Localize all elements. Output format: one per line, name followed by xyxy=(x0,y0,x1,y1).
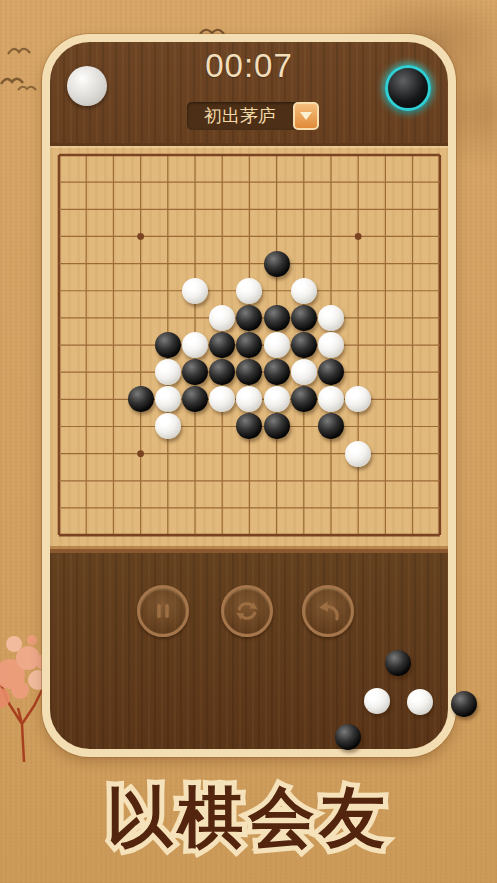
board-stone-white xyxy=(345,441,371,467)
board-stone-black xyxy=(264,413,290,439)
undo-button[interactable] xyxy=(302,585,354,637)
decor-stone-black xyxy=(451,691,477,717)
pause-icon xyxy=(150,598,176,624)
board-stone-black xyxy=(291,305,317,331)
undo-icon xyxy=(314,597,342,625)
board-stone-black xyxy=(155,332,181,358)
board-stone-white xyxy=(345,386,371,412)
slogan-text: 以棋会友 xyxy=(0,772,497,864)
game-frame: 00:07 初出茅庐 xyxy=(42,34,456,757)
restart-icon xyxy=(233,597,261,625)
board-stone-black xyxy=(291,386,317,412)
board-stone-black xyxy=(236,359,262,385)
white-player-avatar xyxy=(67,66,107,106)
board-stone-black xyxy=(182,359,208,385)
board-stone-black xyxy=(264,251,290,277)
board-stone-white xyxy=(209,305,235,331)
board-stone-white xyxy=(182,332,208,358)
gomoku-board[interactable] xyxy=(50,143,448,553)
board-stone-white xyxy=(291,359,317,385)
board-stone-white xyxy=(155,386,181,412)
screen: 00:07 初出茅庐 xyxy=(0,0,497,883)
slogan: 以棋会友 以棋会友 xyxy=(0,772,497,868)
board-stone-white xyxy=(318,386,344,412)
level-selector[interactable]: 初出茅庐 xyxy=(187,102,319,130)
board-stone-white xyxy=(236,386,262,412)
chevron-down-icon xyxy=(300,112,312,120)
decor-stone-white xyxy=(407,689,433,715)
decor-stone-black xyxy=(385,650,411,676)
board-stone-black xyxy=(318,413,344,439)
board-stone-black xyxy=(318,359,344,385)
board-stone-white xyxy=(264,386,290,412)
board-stone-white xyxy=(291,278,317,304)
board-stone-white xyxy=(236,278,262,304)
board-stone-white xyxy=(318,305,344,331)
board-stone-white xyxy=(318,332,344,358)
board-stone-black xyxy=(291,332,317,358)
board-stone-black xyxy=(264,305,290,331)
restart-button[interactable] xyxy=(221,585,273,637)
board-stone-black xyxy=(209,332,235,358)
board-stone-black xyxy=(236,332,262,358)
board-stone-black xyxy=(236,413,262,439)
black-player-avatar-active xyxy=(385,65,431,111)
board-stone-black xyxy=(182,386,208,412)
board-stone-black xyxy=(209,359,235,385)
board-stone-white xyxy=(155,359,181,385)
board-stone-white xyxy=(182,278,208,304)
board-stone-black xyxy=(264,359,290,385)
board-stone-white xyxy=(264,332,290,358)
board-grid[interactable] xyxy=(45,141,453,548)
decor-stone-white xyxy=(364,688,390,714)
birds-icon xyxy=(0,40,42,96)
level-dropdown-button[interactable] xyxy=(293,102,319,130)
board-stone-black xyxy=(128,386,154,412)
board-stone-white xyxy=(155,413,181,439)
board-stone-white xyxy=(209,386,235,412)
board-stone-black xyxy=(236,305,262,331)
pause-button[interactable] xyxy=(137,585,189,637)
decor-stone-black xyxy=(335,724,361,750)
level-label: 初出茅庐 xyxy=(187,102,293,130)
